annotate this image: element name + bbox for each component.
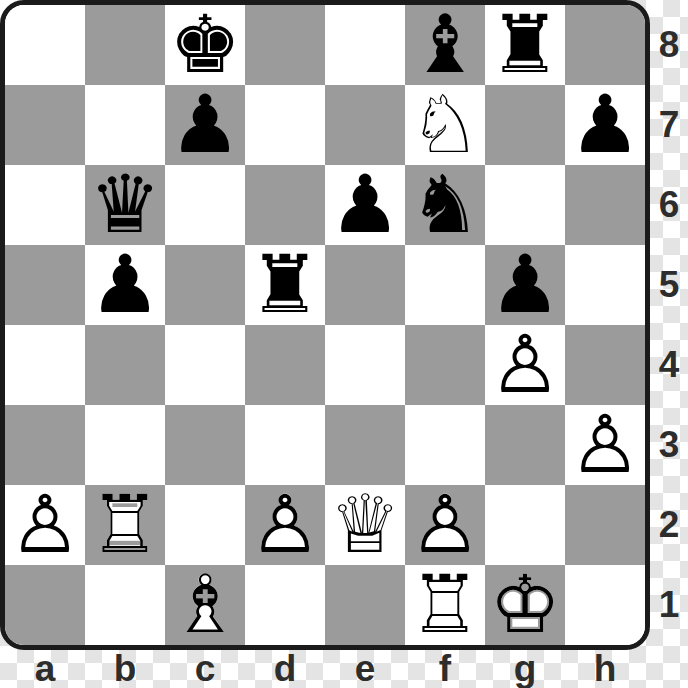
white-pawn-fill: ♟ (485, 325, 565, 405)
white-pawn-fill: ♟ (565, 405, 645, 485)
square-f2[interactable]: ♟♙ (405, 485, 485, 565)
piece-white-pawn-icon[interactable]: ♙ (565, 405, 645, 485)
file-labels: abcdefgh (5, 650, 645, 688)
file-label-f: f (405, 650, 485, 688)
square-c8[interactable]: ♚ (165, 5, 245, 85)
square-h1[interactable] (565, 565, 645, 645)
rank-label-5: 5 (650, 245, 688, 325)
rank-label-8: 8 (650, 5, 688, 85)
square-e6[interactable]: ♟ (325, 165, 405, 245)
piece-black-pawn-icon[interactable]: ♟ (565, 85, 645, 165)
file-label-a: a (5, 650, 85, 688)
piece-white-pawn-icon[interactable]: ♙ (405, 485, 485, 565)
square-b7[interactable] (85, 85, 165, 165)
square-c6[interactable] (165, 165, 245, 245)
piece-black-queen-icon[interactable]: ♛ (85, 165, 165, 245)
white-knight-fill: ♞ (405, 85, 485, 165)
square-f5[interactable] (405, 245, 485, 325)
square-c4[interactable] (165, 325, 245, 405)
square-b8[interactable] (85, 5, 165, 85)
piece-white-pawn-icon[interactable]: ♙ (245, 485, 325, 565)
square-d4[interactable] (245, 325, 325, 405)
square-b5[interactable]: ♟ (85, 245, 165, 325)
square-a3[interactable] (5, 405, 85, 485)
square-f3[interactable] (405, 405, 485, 485)
square-g5[interactable]: ♟ (485, 245, 565, 325)
square-e8[interactable] (325, 5, 405, 85)
file-label-e: e (325, 650, 405, 688)
square-a7[interactable] (5, 85, 85, 165)
piece-black-rook-icon[interactable]: ♜ (485, 5, 565, 85)
white-pawn-fill: ♟ (245, 485, 325, 565)
square-f1[interactable]: ♜♖ (405, 565, 485, 645)
file-label-c: c (165, 650, 245, 688)
square-f7[interactable]: ♞♘ (405, 85, 485, 165)
piece-black-pawn-icon[interactable]: ♟ (85, 245, 165, 325)
white-bishop-fill: ♝ (165, 565, 245, 645)
square-c5[interactable] (165, 245, 245, 325)
rank-label-4: 4 (650, 325, 688, 405)
square-d8[interactable] (245, 5, 325, 85)
rank-labels: 87654321 (650, 5, 688, 645)
white-rook-fill: ♜ (85, 485, 165, 565)
rank-label-6: 6 (650, 165, 688, 245)
piece-white-rook-icon[interactable]: ♖ (85, 485, 165, 565)
square-b1[interactable] (85, 565, 165, 645)
square-c7[interactable]: ♟ (165, 85, 245, 165)
square-a6[interactable] (5, 165, 85, 245)
square-h3[interactable]: ♟♙ (565, 405, 645, 485)
piece-black-rook-icon[interactable]: ♜ (245, 245, 325, 325)
piece-black-bishop-icon[interactable]: ♝ (405, 5, 485, 85)
square-e2[interactable]: ♛♕ (325, 485, 405, 565)
white-pawn-fill: ♟ (405, 485, 485, 565)
square-d7[interactable] (245, 85, 325, 165)
square-g6[interactable] (485, 165, 565, 245)
white-queen-fill: ♛ (325, 485, 405, 565)
square-b4[interactable] (85, 325, 165, 405)
transparent-checker-background: ♚♝♜♟♞♘♟♛♟♞♟♜♟♟♙♟♙♟♙♜♖♟♙♛♕♟♙♝♗♜♖♚♔ abcdef… (0, 0, 688, 688)
square-g4[interactable]: ♟♙ (485, 325, 565, 405)
square-a8[interactable] (5, 5, 85, 85)
piece-white-queen-icon[interactable]: ♕ (325, 485, 405, 565)
square-c1[interactable]: ♝♗ (165, 565, 245, 645)
rank-label-3: 3 (650, 405, 688, 485)
square-e7[interactable] (325, 85, 405, 165)
file-label-h: h (565, 650, 645, 688)
square-h4[interactable] (565, 325, 645, 405)
square-d5[interactable]: ♜ (245, 245, 325, 325)
square-b2[interactable]: ♜♖ (85, 485, 165, 565)
square-g3[interactable] (485, 405, 565, 485)
square-b3[interactable] (85, 405, 165, 485)
square-e5[interactable] (325, 245, 405, 325)
rank-label-2: 2 (650, 485, 688, 565)
square-e3[interactable] (325, 405, 405, 485)
square-c2[interactable] (165, 485, 245, 565)
square-g7[interactable] (485, 85, 565, 165)
square-c3[interactable] (165, 405, 245, 485)
square-f4[interactable] (405, 325, 485, 405)
square-h8[interactable] (565, 5, 645, 85)
square-a2[interactable]: ♟♙ (5, 485, 85, 565)
rank-label-7: 7 (650, 85, 688, 165)
square-d6[interactable] (245, 165, 325, 245)
square-b6[interactable]: ♛ (85, 165, 165, 245)
square-a4[interactable] (5, 325, 85, 405)
piece-black-pawn-icon[interactable]: ♟ (165, 85, 245, 165)
square-f8[interactable]: ♝ (405, 5, 485, 85)
square-g1[interactable]: ♚♔ (485, 565, 565, 645)
white-king-fill: ♚ (485, 565, 565, 645)
chess-board: ♚♝♜♟♞♘♟♛♟♞♟♜♟♟♙♟♙♟♙♜♖♟♙♛♕♟♙♝♗♜♖♚♔ (0, 0, 650, 650)
square-f6[interactable]: ♞ (405, 165, 485, 245)
file-label-d: d (245, 650, 325, 688)
piece-white-pawn-icon[interactable]: ♙ (485, 325, 565, 405)
square-h5[interactable] (565, 245, 645, 325)
rank-label-1: 1 (650, 565, 688, 645)
piece-white-knight-icon[interactable]: ♘ (405, 85, 485, 165)
square-g8[interactable]: ♜ (485, 5, 565, 85)
piece-white-rook-icon[interactable]: ♖ (405, 565, 485, 645)
piece-white-bishop-icon[interactable]: ♗ (165, 565, 245, 645)
square-g2[interactable] (485, 485, 565, 565)
square-d1[interactable] (245, 565, 325, 645)
piece-black-pawn-icon[interactable]: ♟ (325, 165, 405, 245)
square-e1[interactable] (325, 565, 405, 645)
square-e4[interactable] (325, 325, 405, 405)
piece-black-pawn-icon[interactable]: ♟ (485, 245, 565, 325)
square-d3[interactable] (245, 405, 325, 485)
white-pawn-fill: ♟ (5, 485, 85, 565)
square-a1[interactable] (5, 565, 85, 645)
piece-black-king-icon[interactable]: ♚ (165, 5, 245, 85)
square-d2[interactable]: ♟♙ (245, 485, 325, 565)
square-h6[interactable] (565, 165, 645, 245)
square-h2[interactable] (565, 485, 645, 565)
file-label-b: b (85, 650, 165, 688)
piece-black-knight-icon[interactable]: ♞ (405, 165, 485, 245)
square-h7[interactable]: ♟ (565, 85, 645, 165)
piece-white-pawn-icon[interactable]: ♙ (5, 485, 85, 565)
file-label-g: g (485, 650, 565, 688)
piece-white-king-icon[interactable]: ♔ (485, 565, 565, 645)
white-rook-fill: ♜ (405, 565, 485, 645)
square-a5[interactable] (5, 245, 85, 325)
